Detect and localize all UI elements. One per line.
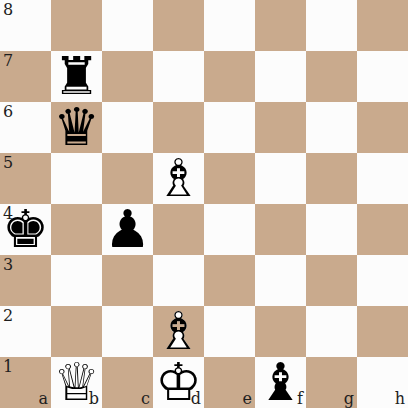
file-label-c: c	[141, 391, 150, 407]
square-a6[interactable]: 6	[0, 102, 51, 153]
square-c7[interactable]	[102, 51, 153, 102]
white-bishop-d2[interactable]: ♝♗	[153, 306, 204, 357]
square-h8[interactable]	[357, 0, 408, 51]
square-g6[interactable]	[306, 102, 357, 153]
square-a2[interactable]: 2	[0, 306, 51, 357]
square-h1[interactable]: h	[357, 357, 408, 408]
square-g1[interactable]: g	[306, 357, 357, 408]
square-a7[interactable]: 7	[0, 51, 51, 102]
square-d5[interactable]: ♝♗	[153, 153, 204, 204]
square-h3[interactable]	[357, 255, 408, 306]
square-f6[interactable]	[255, 102, 306, 153]
square-f4[interactable]	[255, 204, 306, 255]
square-b1[interactable]: b♛♕	[51, 357, 102, 408]
square-e1[interactable]: e	[204, 357, 255, 408]
piece-outline-layer: ♔	[153, 357, 204, 408]
square-e4[interactable]	[204, 204, 255, 255]
square-d1[interactable]: d♚♔	[153, 357, 204, 408]
square-a3[interactable]: 3	[0, 255, 51, 306]
chess-board: 87♜6♛5♝♗4♚♟32♝♗1ab♛♕cd♚♔ef♝gh	[0, 0, 408, 408]
rank-label-7: 7	[3, 53, 13, 69]
square-b7[interactable]: ♜	[51, 51, 102, 102]
square-g3[interactable]	[306, 255, 357, 306]
file-label-e: e	[243, 391, 252, 407]
square-c6[interactable]	[102, 102, 153, 153]
square-g2[interactable]	[306, 306, 357, 357]
square-a1[interactable]: 1a	[0, 357, 51, 408]
square-d6[interactable]	[153, 102, 204, 153]
square-a5[interactable]: 5	[0, 153, 51, 204]
rank-label-2: 2	[3, 308, 13, 324]
black-queen-b6[interactable]: ♛	[51, 102, 102, 153]
square-d4[interactable]	[153, 204, 204, 255]
square-h5[interactable]	[357, 153, 408, 204]
square-g7[interactable]	[306, 51, 357, 102]
black-king-a4[interactable]: ♚	[0, 204, 51, 255]
black-rook-b7[interactable]: ♜	[51, 51, 102, 102]
square-b4[interactable]	[51, 204, 102, 255]
square-f7[interactable]	[255, 51, 306, 102]
square-f2[interactable]	[255, 306, 306, 357]
square-h4[interactable]	[357, 204, 408, 255]
file-label-a: a	[38, 391, 48, 407]
square-e7[interactable]	[204, 51, 255, 102]
square-h2[interactable]	[357, 306, 408, 357]
square-e6[interactable]	[204, 102, 255, 153]
square-d7[interactable]	[153, 51, 204, 102]
rank-label-3: 3	[3, 257, 13, 273]
white-bishop-d5[interactable]: ♝♗	[153, 153, 204, 204]
piece-outline-layer: ♕	[51, 357, 102, 408]
square-f1[interactable]: f♝	[255, 357, 306, 408]
rank-label-1: 1	[3, 359, 13, 375]
square-f5[interactable]	[255, 153, 306, 204]
square-e8[interactable]	[204, 0, 255, 51]
piece-outline-layer: ♗	[153, 153, 204, 204]
rank-label-8: 8	[3, 2, 13, 18]
black-bishop-f1[interactable]: ♝	[255, 357, 306, 408]
square-b8[interactable]	[51, 0, 102, 51]
square-b2[interactable]	[51, 306, 102, 357]
square-h6[interactable]	[357, 102, 408, 153]
black-pawn-c4[interactable]: ♟	[102, 204, 153, 255]
square-c4[interactable]: ♟	[102, 204, 153, 255]
square-c8[interactable]	[102, 0, 153, 51]
square-g4[interactable]	[306, 204, 357, 255]
square-a4[interactable]: 4♚	[0, 204, 51, 255]
rank-label-6: 6	[3, 104, 13, 120]
white-king-d1[interactable]: ♚♔	[153, 357, 204, 408]
square-e2[interactable]	[204, 306, 255, 357]
square-a8[interactable]: 8	[0, 0, 51, 51]
square-e5[interactable]	[204, 153, 255, 204]
file-label-g: g	[344, 391, 354, 407]
square-f3[interactable]	[255, 255, 306, 306]
square-g5[interactable]	[306, 153, 357, 204]
square-c1[interactable]: c	[102, 357, 153, 408]
square-e3[interactable]	[204, 255, 255, 306]
square-d8[interactable]	[153, 0, 204, 51]
square-b3[interactable]	[51, 255, 102, 306]
square-b5[interactable]	[51, 153, 102, 204]
square-g8[interactable]	[306, 0, 357, 51]
square-c2[interactable]	[102, 306, 153, 357]
square-d2[interactable]: ♝♗	[153, 306, 204, 357]
rank-label-5: 5	[3, 155, 13, 171]
file-label-h: h	[395, 391, 405, 407]
piece-outline-layer: ♗	[153, 306, 204, 357]
white-queen-b1[interactable]: ♛♕	[51, 357, 102, 408]
square-c5[interactable]	[102, 153, 153, 204]
square-h7[interactable]	[357, 51, 408, 102]
square-b6[interactable]: ♛	[51, 102, 102, 153]
square-d3[interactable]	[153, 255, 204, 306]
square-f8[interactable]	[255, 0, 306, 51]
square-c3[interactable]	[102, 255, 153, 306]
